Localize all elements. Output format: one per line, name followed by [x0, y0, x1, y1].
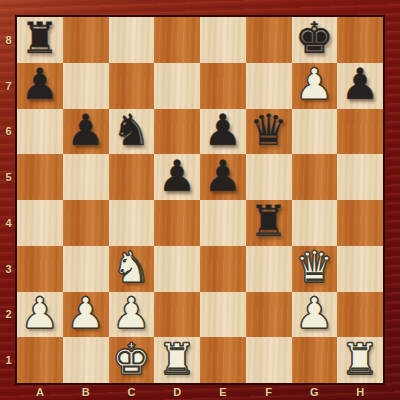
- square-a1[interactable]: [17, 337, 63, 383]
- square-b2[interactable]: ♟: [63, 292, 109, 338]
- square-b5[interactable]: [63, 154, 109, 200]
- file-label-g: G: [292, 383, 338, 400]
- square-f1[interactable]: [246, 337, 292, 383]
- piece-white-pawn[interactable]: ♟: [17, 292, 63, 337]
- square-d6[interactable]: [154, 109, 200, 155]
- square-b7[interactable]: [63, 63, 109, 109]
- rank-label-2: 2: [0, 292, 17, 338]
- square-b3[interactable]: [63, 246, 109, 292]
- piece-black-pawn[interactable]: ♟: [17, 63, 63, 108]
- square-f7[interactable]: [246, 63, 292, 109]
- square-h7[interactable]: ♟: [337, 63, 383, 109]
- piece-white-pawn[interactable]: ♟: [292, 292, 338, 337]
- piece-white-rook[interactable]: ♜: [154, 337, 200, 382]
- rank-label-8: 8: [0, 17, 17, 63]
- file-label-h: H: [337, 383, 383, 400]
- square-h3[interactable]: [337, 246, 383, 292]
- square-c1[interactable]: ♚: [109, 337, 155, 383]
- piece-white-queen[interactable]: ♛: [292, 246, 338, 291]
- file-label-f: F: [246, 383, 292, 400]
- piece-black-pawn[interactable]: ♟: [63, 109, 109, 154]
- square-g7[interactable]: ♟: [292, 63, 338, 109]
- square-h1[interactable]: ♜: [337, 337, 383, 383]
- square-g2[interactable]: ♟: [292, 292, 338, 338]
- square-f8[interactable]: [246, 17, 292, 63]
- square-g3[interactable]: ♛: [292, 246, 338, 292]
- square-f5[interactable]: [246, 154, 292, 200]
- square-h8[interactable]: [337, 17, 383, 63]
- square-b6[interactable]: ♟: [63, 109, 109, 155]
- square-f6[interactable]: ♛: [246, 109, 292, 155]
- file-labels: ABCDEFGH: [17, 383, 383, 400]
- file-label-e: E: [200, 383, 246, 400]
- square-e1[interactable]: [200, 337, 246, 383]
- square-d4[interactable]: [154, 200, 200, 246]
- piece-black-pawn[interactable]: ♟: [200, 109, 246, 154]
- square-d2[interactable]: [154, 292, 200, 338]
- square-a3[interactable]: [17, 246, 63, 292]
- square-g1[interactable]: [292, 337, 338, 383]
- chess-board: ♜♚♟♟♟♟♞♟♛♟♟♜♞♛♟♟♟♟♚♜♜: [17, 17, 383, 383]
- piece-white-pawn[interactable]: ♟: [109, 292, 155, 337]
- square-b1[interactable]: [63, 337, 109, 383]
- square-g6[interactable]: [292, 109, 338, 155]
- square-e2[interactable]: [200, 292, 246, 338]
- piece-white-pawn[interactable]: ♟: [63, 292, 109, 337]
- square-c4[interactable]: [109, 200, 155, 246]
- square-a4[interactable]: [17, 200, 63, 246]
- square-c5[interactable]: [109, 154, 155, 200]
- piece-white-pawn[interactable]: ♟: [292, 63, 338, 108]
- square-d3[interactable]: [154, 246, 200, 292]
- piece-white-knight[interactable]: ♞: [109, 246, 155, 291]
- square-g8[interactable]: ♚: [292, 17, 338, 63]
- piece-black-rook[interactable]: ♜: [17, 17, 63, 62]
- square-e8[interactable]: [200, 17, 246, 63]
- rank-label-5: 5: [0, 154, 17, 200]
- square-e5[interactable]: ♟: [200, 154, 246, 200]
- square-c3[interactable]: ♞: [109, 246, 155, 292]
- piece-black-king[interactable]: ♚: [292, 17, 338, 62]
- file-label-c: C: [109, 383, 155, 400]
- rank-labels: 87654321: [0, 17, 17, 383]
- square-e6[interactable]: ♟: [200, 109, 246, 155]
- square-d1[interactable]: ♜: [154, 337, 200, 383]
- square-h6[interactable]: [337, 109, 383, 155]
- file-label-b: B: [63, 383, 109, 400]
- square-a7[interactable]: ♟: [17, 63, 63, 109]
- square-g4[interactable]: [292, 200, 338, 246]
- piece-black-knight[interactable]: ♞: [109, 109, 155, 154]
- square-h4[interactable]: [337, 200, 383, 246]
- square-f4[interactable]: ♜: [246, 200, 292, 246]
- square-a6[interactable]: [17, 109, 63, 155]
- file-label-a: A: [17, 383, 63, 400]
- square-d7[interactable]: [154, 63, 200, 109]
- rank-label-1: 1: [0, 337, 17, 383]
- square-a8[interactable]: ♜: [17, 17, 63, 63]
- square-a5[interactable]: [17, 154, 63, 200]
- square-b4[interactable]: [63, 200, 109, 246]
- piece-black-queen[interactable]: ♛: [246, 109, 292, 154]
- square-d8[interactable]: [154, 17, 200, 63]
- square-g5[interactable]: [292, 154, 338, 200]
- square-h5[interactable]: [337, 154, 383, 200]
- rank-label-4: 4: [0, 200, 17, 246]
- square-h2[interactable]: [337, 292, 383, 338]
- square-f2[interactable]: [246, 292, 292, 338]
- file-label-d: D: [154, 383, 200, 400]
- square-c6[interactable]: ♞: [109, 109, 155, 155]
- square-c7[interactable]: [109, 63, 155, 109]
- square-c8[interactable]: [109, 17, 155, 63]
- square-e7[interactable]: [200, 63, 246, 109]
- piece-black-pawn[interactable]: ♟: [337, 63, 383, 108]
- square-e4[interactable]: [200, 200, 246, 246]
- piece-black-pawn[interactable]: ♟: [154, 154, 200, 199]
- rank-label-3: 3: [0, 246, 17, 292]
- square-b8[interactable]: [63, 17, 109, 63]
- piece-black-rook[interactable]: ♜: [246, 200, 292, 245]
- square-f3[interactable]: [246, 246, 292, 292]
- square-d5[interactable]: ♟: [154, 154, 200, 200]
- square-a2[interactable]: ♟: [17, 292, 63, 338]
- board-frame: 87654321 ABCDEFGH ♜♚♟♟♟♟♞♟♛♟♟♜♞♛♟♟♟♟♚♜♜: [0, 0, 400, 400]
- piece-white-king[interactable]: ♚: [109, 337, 155, 382]
- square-c2[interactable]: ♟: [109, 292, 155, 338]
- square-e3[interactable]: [200, 246, 246, 292]
- rank-label-6: 6: [0, 109, 17, 155]
- rank-label-7: 7: [0, 63, 17, 109]
- piece-black-pawn[interactable]: ♟: [200, 154, 246, 199]
- piece-white-rook[interactable]: ♜: [337, 337, 383, 382]
